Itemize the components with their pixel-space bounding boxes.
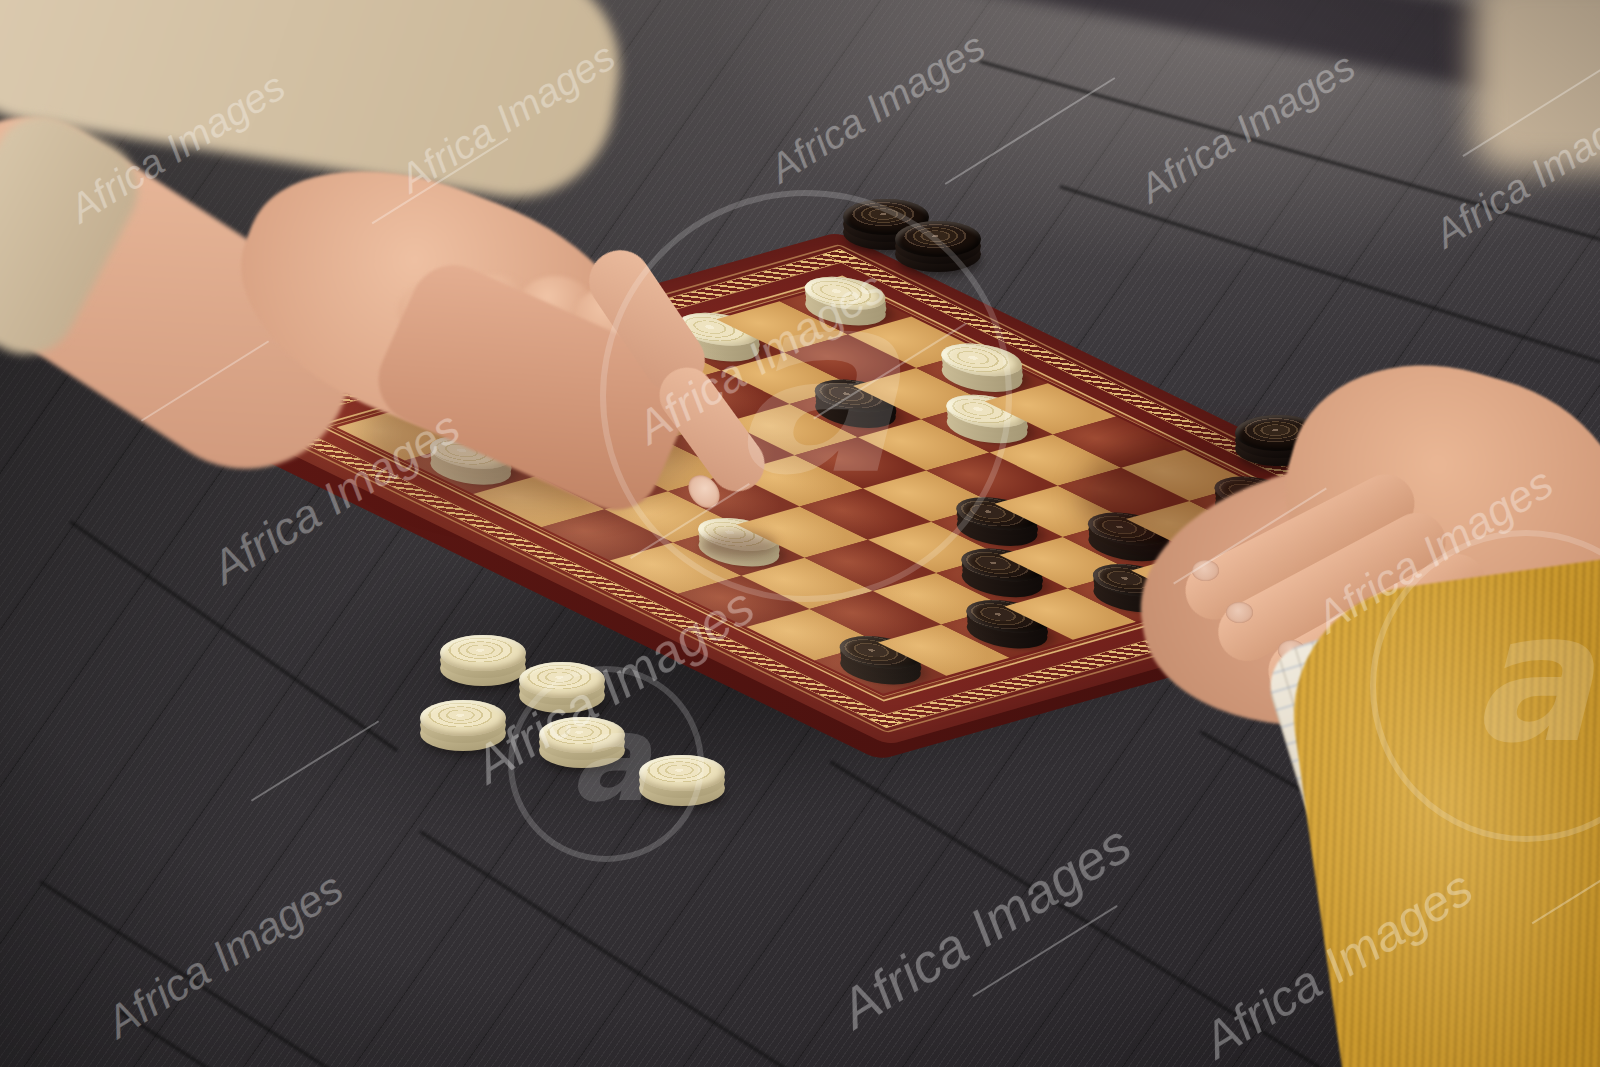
- decorative-detail: [639, 755, 725, 791]
- fingernail: [1192, 560, 1219, 581]
- fingertip-shadow: [700, 532, 776, 558]
- fingernail: [1226, 602, 1253, 623]
- captured-white-checker[interactable]: [639, 770, 725, 806]
- captured-dark-checker[interactable]: [895, 236, 981, 272]
- decorative-detail: [440, 635, 526, 671]
- scene: Africa ImagesAfrica ImagesAfrica ImagesA…: [0, 0, 1600, 1067]
- captured-white-checker[interactable]: [519, 677, 605, 713]
- decorative-detail: [539, 717, 625, 753]
- captured-white-checker[interactable]: [539, 732, 625, 768]
- decorative-detail: [895, 221, 981, 257]
- decorative-detail: [420, 700, 506, 736]
- decorative-detail: [519, 662, 605, 698]
- captured-white-checker[interactable]: [440, 650, 526, 686]
- captured-white-checker[interactable]: [420, 715, 506, 751]
